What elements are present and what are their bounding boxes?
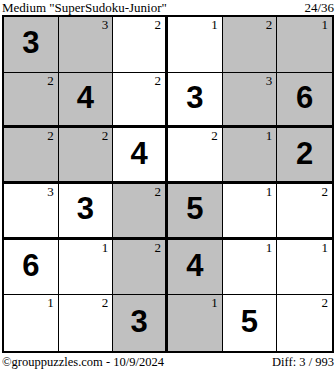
corner-clue-digit: 1 [322,241,329,255]
sudoku-grid: 332121242336224212332512612411123152 [2,15,334,353]
cell-r5c5[interactable]: 1 [223,240,278,296]
cell-r3c5[interactable]: 1 [223,128,278,184]
given-digit: 6 [277,80,332,116]
cell-r3c1[interactable]: 2 [4,128,59,184]
cell-r4c1[interactable]: 3 [4,184,59,240]
cell-r2c6: 6 [277,73,332,129]
cell-r6c3: 3 [113,295,168,351]
header: Medium "SuperSudoku-Junior" 24/36 [2,0,334,15]
cell-r2c2: 4 [59,73,114,129]
cell-r1c3[interactable]: 2 [113,17,168,73]
cell-r1c4[interactable]: 1 [168,17,223,73]
cell-r1c1: 3 [4,17,59,73]
given-digit: 4 [59,80,113,116]
corner-clue-digit: 1 [322,18,329,32]
cell-r3c2[interactable]: 2 [59,128,114,184]
corner-clue-digit: 1 [47,296,54,310]
corner-clue-digit: 1 [102,241,109,255]
corner-clue-digit: 2 [102,296,109,310]
cell-r1c2[interactable]: 3 [59,17,114,73]
corner-clue-digit: 1 [266,129,273,143]
cell-r2c1[interactable]: 2 [4,73,59,129]
given-digit: 3 [168,80,222,116]
cell-r2c4: 3 [168,73,223,129]
cell-r5c3[interactable]: 2 [113,240,168,296]
cell-r5c6[interactable]: 1 [277,240,332,296]
corner-clue-digit: 1 [211,18,218,32]
cell-r5c1: 6 [4,240,59,296]
given-digit: 5 [223,304,277,340]
cell-r1c5[interactable]: 2 [223,17,278,73]
corner-clue-digit: 2 [155,74,162,88]
given-digit: 4 [168,248,222,284]
corner-clue-digit: 3 [102,18,109,32]
cell-r1c6[interactable]: 1 [277,17,332,73]
corner-clue-digit: 2 [47,74,54,88]
difficulty-text: Diff: 3 / 993 [272,355,334,370]
corner-clue-digit: 2 [47,129,54,143]
corner-clue-digit: 2 [155,185,162,199]
cell-r6c5: 5 [223,295,278,351]
given-digit: 2 [277,136,332,172]
cell-r6c6[interactable]: 2 [277,295,332,351]
cell-r6c2[interactable]: 2 [59,295,114,351]
corner-clue-digit: 2 [266,18,273,32]
corner-clue-digit: 1 [266,185,273,199]
corner-clue-digit: 2 [102,129,109,143]
corner-clue-digit: 1 [266,241,273,255]
cell-r4c4: 5 [168,184,223,240]
corner-clue-digit: 3 [47,185,54,199]
corner-clue-digit: 2 [322,296,329,310]
given-digit: 4 [113,136,165,172]
corner-clue-digit: 1 [211,296,218,310]
cell-r4c3[interactable]: 2 [113,184,168,240]
cell-r6c4[interactable]: 1 [168,295,223,351]
cell-r2c3[interactable]: 2 [113,73,168,129]
cell-r5c2[interactable]: 1 [59,240,114,296]
puzzle-page: Medium "SuperSudoku-Junior" 24/36 332121… [0,0,336,370]
corner-clue-digit: 3 [266,74,273,88]
cell-r6c1[interactable]: 1 [4,295,59,351]
corner-clue-digit: 2 [211,129,218,143]
cell-r3c4[interactable]: 2 [168,128,223,184]
given-digit: 6 [4,248,58,284]
corner-clue-digit: 2 [155,18,162,32]
given-digit: 3 [59,192,113,228]
cell-r4c5[interactable]: 1 [223,184,278,240]
given-digit: 3 [4,26,58,62]
corner-clue-digit: 2 [322,185,329,199]
given-digit: 5 [168,192,222,228]
cell-r3c6: 2 [277,128,332,184]
cell-r4c2: 3 [59,184,114,240]
cell-r5c4: 4 [168,240,223,296]
copyright-text: ©grouppuzzles.com - 10/9/2024 [2,355,164,370]
cell-r3c3: 4 [113,128,168,184]
footer: ©grouppuzzles.com - 10/9/2024 Diff: 3 / … [2,354,334,370]
clue-counter: 24/36 [304,1,334,15]
given-digit: 3 [113,304,165,340]
corner-clue-digit: 2 [155,241,162,255]
cell-r4c6[interactable]: 2 [277,184,332,240]
cell-r2c5[interactable]: 3 [223,73,278,129]
page-title: Medium "SuperSudoku-Junior" [2,1,167,15]
